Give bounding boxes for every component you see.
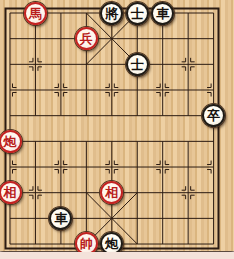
point-f4r3[interactable] [99,77,124,103]
point-f7r3[interactable] [175,77,200,103]
point-f8r3[interactable] [201,77,226,103]
point-f8r4[interactable]: 卒 [201,103,226,129]
point-f1r1[interactable] [23,26,48,52]
point-f6r5[interactable] [150,128,175,154]
point-f4r8[interactable] [99,205,124,231]
point-f4r0[interactable]: 將 [99,0,124,26]
piece-red-horse[interactable]: 馬 [24,2,47,25]
point-f3r7[interactable] [74,180,99,206]
point-f5r5[interactable] [125,128,150,154]
point-f0r2[interactable] [0,52,23,78]
piece-black-soldier[interactable]: 卒 [202,104,225,127]
point-f8r8[interactable] [201,205,226,231]
point-f5r2[interactable]: 士 [125,52,150,78]
piece-red-soldier[interactable]: 兵 [75,27,98,50]
point-f2r7[interactable] [48,180,73,206]
piece-red-elephant-1[interactable]: 相 [0,181,22,204]
point-f2r5[interactable] [48,128,73,154]
point-f1r4[interactable] [23,103,48,129]
point-f8r2[interactable] [201,52,226,78]
point-f7r5[interactable] [175,128,200,154]
point-f6r4[interactable] [150,103,175,129]
point-f6r7[interactable] [150,180,175,206]
point-f3r6[interactable] [74,154,99,180]
piece-red-cannon[interactable]: 炮 [0,130,22,153]
point-f2r8[interactable]: 車 [48,205,73,231]
point-f1r8[interactable] [23,205,48,231]
point-f2r3[interactable] [48,77,73,103]
point-f3r1[interactable]: 兵 [74,26,99,52]
piece-black-general[interactable]: 將 [100,2,123,25]
point-f6r3[interactable] [150,77,175,103]
point-f7r2[interactable] [175,52,200,78]
point-f6r1[interactable] [150,26,175,52]
point-f6r0[interactable]: 車 [150,0,175,26]
point-f5r3[interactable] [125,77,150,103]
point-f1r3[interactable] [23,77,48,103]
point-f0r5[interactable]: 炮 [0,128,23,154]
point-f1r2[interactable] [23,52,48,78]
point-f2r0[interactable] [48,0,73,26]
point-f0r6[interactable] [0,154,23,180]
point-f4r1[interactable] [99,26,124,52]
point-f0r3[interactable] [0,77,23,103]
point-f4r4[interactable] [99,103,124,129]
point-f0r7[interactable]: 相 [0,180,23,206]
point-f7r6[interactable] [175,154,200,180]
point-f7r4[interactable] [175,103,200,129]
point-f4r7[interactable]: 相 [99,180,124,206]
point-f5r6[interactable] [125,154,150,180]
point-f8r6[interactable] [201,154,226,180]
point-f7r1[interactable] [175,26,200,52]
piece-black-advisor-2[interactable]: 士 [126,53,149,76]
piece-black-chariot-1[interactable]: 車 [151,2,174,25]
point-f0r8[interactable] [0,205,23,231]
point-f2r1[interactable] [48,26,73,52]
point-f5r4[interactable] [125,103,150,129]
point-f2r6[interactable] [48,154,73,180]
point-f5r0[interactable]: 士 [125,0,150,26]
point-f5r8[interactable] [125,205,150,231]
point-f7r7[interactable] [175,180,200,206]
point-f6r2[interactable] [150,52,175,78]
piece-black-advisor-1[interactable]: 士 [126,2,149,25]
point-f3r3[interactable] [74,77,99,103]
point-f4r5[interactable] [99,128,124,154]
point-f4r6[interactable] [99,154,124,180]
point-f7r8[interactable] [175,205,200,231]
point-f0r1[interactable] [0,26,23,52]
point-f3r8[interactable] [74,205,99,231]
point-f1r0[interactable]: 馬 [23,0,48,26]
point-f1r6[interactable] [23,154,48,180]
point-f4r2[interactable] [99,52,124,78]
xiangqi-board: 馬將士車兵士卒炮相相車帥炮 [0,0,226,257]
point-f8r5[interactable] [201,128,226,154]
page-background-strip [0,252,234,259]
point-f5r1[interactable] [125,26,150,52]
point-f6r8[interactable] [150,205,175,231]
point-f8r0[interactable] [201,0,226,26]
point-f3r5[interactable] [74,128,99,154]
point-f3r0[interactable] [74,0,99,26]
point-f1r7[interactable] [23,180,48,206]
point-f3r4[interactable] [74,103,99,129]
point-f8r7[interactable] [201,180,226,206]
point-f0r0[interactable] [0,0,23,26]
point-f7r0[interactable] [175,0,200,26]
point-f2r2[interactable] [48,52,73,78]
point-f5r7[interactable] [125,180,150,206]
point-f0r4[interactable] [0,103,23,129]
piece-black-chariot-2[interactable]: 車 [49,207,72,230]
point-f3r2[interactable] [74,52,99,78]
point-f1r5[interactable] [23,128,48,154]
point-f2r4[interactable] [48,103,73,129]
point-f8r1[interactable] [201,26,226,52]
piece-red-elephant-2[interactable]: 相 [100,181,123,204]
point-f6r6[interactable] [150,154,175,180]
